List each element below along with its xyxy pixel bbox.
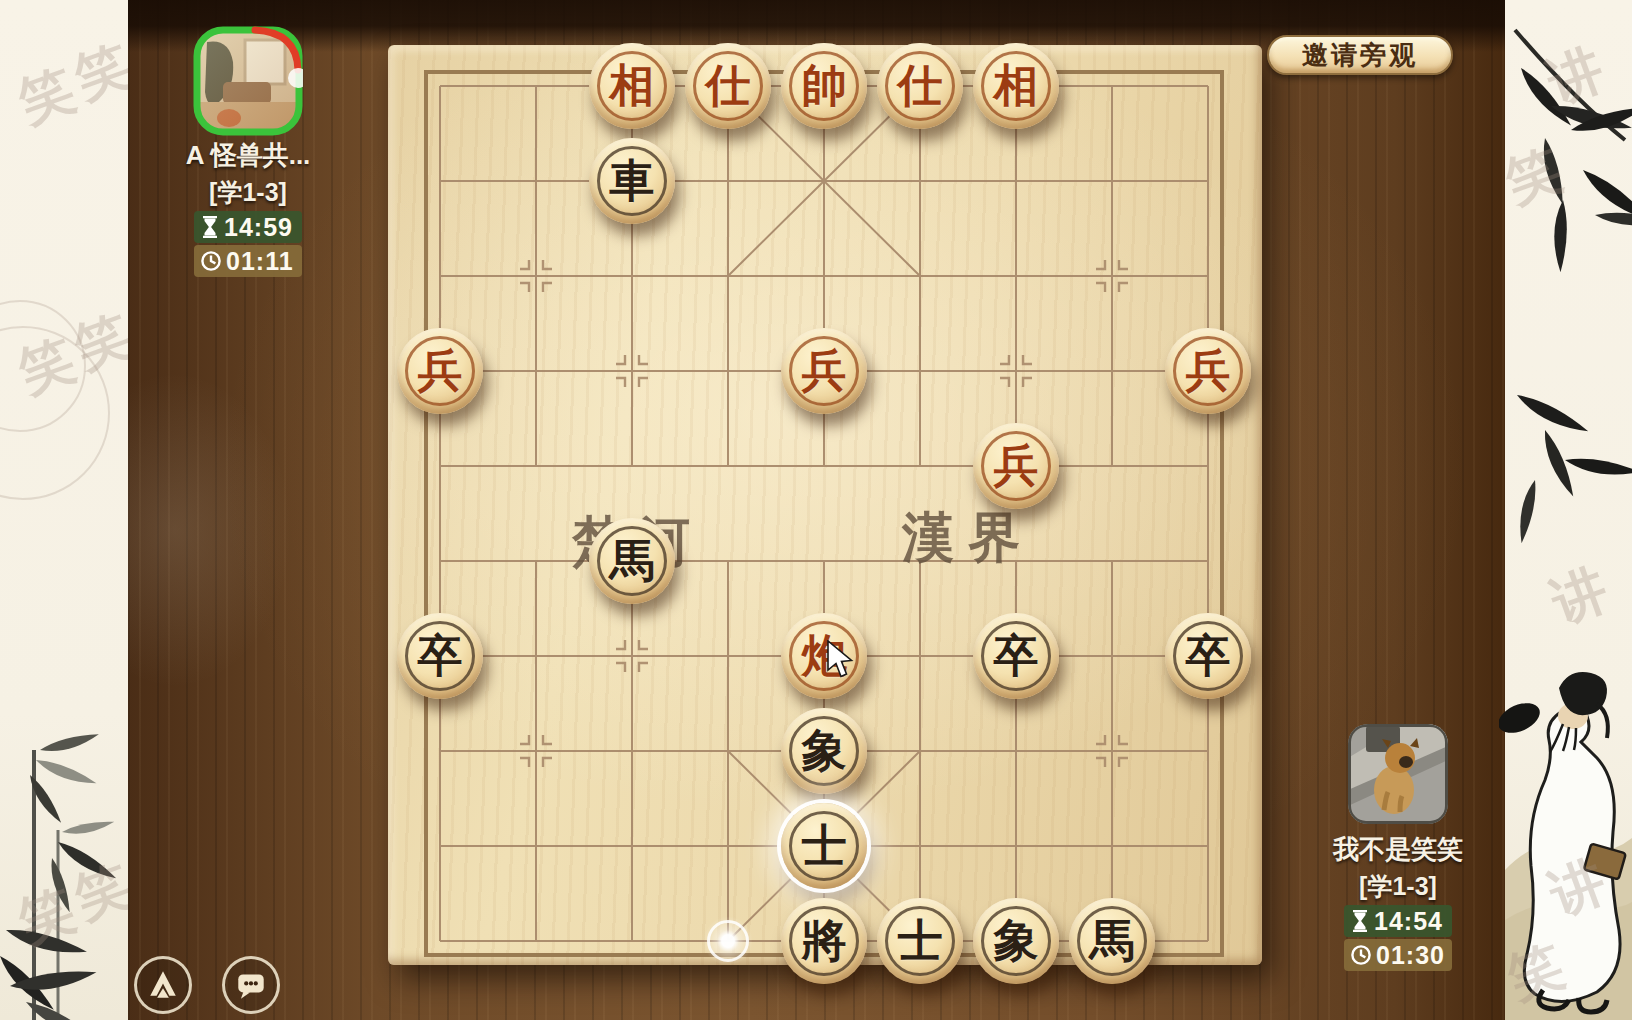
piece-glyph: 馬 bbox=[610, 538, 655, 583]
nav-peak-icon bbox=[145, 968, 181, 1002]
hourglass-icon bbox=[200, 216, 220, 238]
piece-glyph: 卒 bbox=[994, 633, 1039, 678]
piece-red-pawn-1[interactable]: 兵 bbox=[397, 328, 483, 414]
my-main-timer: 14:54 bbox=[1344, 905, 1452, 937]
piece-glyph: 相 bbox=[610, 63, 655, 108]
piece-red-pawn-2[interactable]: 兵 bbox=[781, 328, 867, 414]
left-ink-panel: 笑笑笑笑笑笑 bbox=[0, 0, 128, 1020]
piece-red-general[interactable]: 帥 bbox=[781, 43, 867, 129]
piece-red-advisor-2[interactable]: 仕 bbox=[877, 43, 963, 129]
piece-black-pawn-1[interactable]: 卒 bbox=[397, 613, 483, 699]
piece-glyph: 仕 bbox=[706, 63, 751, 108]
piece-black-horse-2[interactable]: 馬 bbox=[1069, 898, 1155, 984]
xiangqi-board[interactable]: 楚河 漢界 相仕帥仕相車兵兵兵兵馬卒炮卒卒象士將士象馬 bbox=[388, 45, 1262, 965]
piece-glyph: 卒 bbox=[418, 633, 463, 678]
piece-glyph: 士 bbox=[898, 918, 943, 963]
piece-glyph: 將 bbox=[802, 918, 847, 963]
piece-glyph: 馬 bbox=[1090, 918, 1135, 963]
my-avatar[interactable] bbox=[1348, 724, 1448, 824]
piece-black-elephant-1[interactable]: 象 bbox=[781, 708, 867, 794]
opponent-panel: A 怪兽共... [学1-3] 14:59 01:11 bbox=[168, 32, 328, 277]
piece-glyph: 士 bbox=[802, 823, 847, 868]
river-label-right: 漢界 bbox=[902, 502, 1034, 575]
chat-button[interactable] bbox=[222, 956, 280, 1014]
opponent-level: [学1-3] bbox=[168, 176, 328, 209]
my-level: [学1-3] bbox=[1318, 870, 1478, 903]
my-panel: 我不是笑笑 [学1-3] 14:54 01:30 bbox=[1318, 724, 1478, 971]
mist-decor bbox=[128, 320, 388, 740]
chat-bubble-icon bbox=[233, 968, 269, 1002]
game-screen: 笑笑笑笑笑笑 bbox=[0, 0, 1632, 1020]
piece-black-general[interactable]: 將 bbox=[781, 898, 867, 984]
piece-glyph: 相 bbox=[994, 63, 1039, 108]
opponent-move-timer: 01:11 bbox=[194, 245, 302, 277]
last-move-origin-marker bbox=[700, 913, 756, 969]
opponent-main-timer: 14:59 bbox=[194, 211, 302, 243]
my-avatar-photo bbox=[1348, 724, 1448, 824]
my-move-timer: 01:30 bbox=[1344, 939, 1452, 971]
piece-red-advisor-1[interactable]: 仕 bbox=[685, 43, 771, 129]
bamboo-ink-left bbox=[0, 600, 140, 1020]
clock-icon bbox=[200, 250, 222, 272]
piece-glyph: 車 bbox=[610, 158, 655, 203]
piece-glyph: 兵 bbox=[802, 348, 847, 393]
right-ink-panel: 讲笑讲讲笑 bbox=[1505, 0, 1632, 1020]
piece-glyph: 仕 bbox=[898, 63, 943, 108]
piece-glyph: 帥 bbox=[802, 63, 847, 108]
piece-glyph: 象 bbox=[994, 918, 1039, 963]
piece-glyph: 象 bbox=[802, 728, 847, 773]
piece-glyph: 卒 bbox=[1186, 633, 1231, 678]
piece-glyph: 兵 bbox=[1186, 348, 1231, 393]
piece-black-pawn-3[interactable]: 卒 bbox=[1165, 613, 1251, 699]
my-move-time: 01:30 bbox=[1376, 941, 1445, 970]
piece-red-cannon[interactable]: 炮 bbox=[781, 613, 867, 699]
piece-black-elephant-2[interactable]: 象 bbox=[973, 898, 1059, 984]
piece-black-chariot[interactable]: 車 bbox=[589, 138, 675, 224]
piece-glyph: 兵 bbox=[418, 348, 463, 393]
piece-black-advisor-1[interactable]: 士 bbox=[781, 803, 867, 889]
opponent-name: A 怪兽共... bbox=[168, 138, 328, 173]
piece-red-elephant-1[interactable]: 相 bbox=[589, 43, 675, 129]
piece-glyph: 兵 bbox=[994, 443, 1039, 488]
hourglass-icon bbox=[1350, 910, 1370, 932]
piece-red-pawn-3[interactable]: 兵 bbox=[1165, 328, 1251, 414]
piece-black-horse-1[interactable]: 馬 bbox=[589, 518, 675, 604]
piece-red-pawn-4[interactable]: 兵 bbox=[973, 423, 1059, 509]
my-name: 我不是笑笑 bbox=[1318, 832, 1478, 867]
invite-spectators-button[interactable]: 邀请旁观 bbox=[1267, 35, 1453, 75]
clock-icon bbox=[1350, 944, 1372, 966]
piece-black-advisor-2[interactable]: 士 bbox=[877, 898, 963, 984]
opponent-avatar[interactable] bbox=[199, 32, 297, 130]
my-main-time: 14:54 bbox=[1374, 907, 1443, 936]
nav-home-button[interactable] bbox=[134, 956, 192, 1014]
piece-glyph: 炮 bbox=[802, 633, 847, 678]
piece-black-pawn-2[interactable]: 卒 bbox=[973, 613, 1059, 699]
piece-red-elephant-2[interactable]: 相 bbox=[973, 43, 1059, 129]
opponent-move-time: 01:11 bbox=[226, 247, 294, 276]
opponent-timer-ring bbox=[193, 26, 303, 136]
opponent-main-time: 14:59 bbox=[224, 213, 293, 242]
